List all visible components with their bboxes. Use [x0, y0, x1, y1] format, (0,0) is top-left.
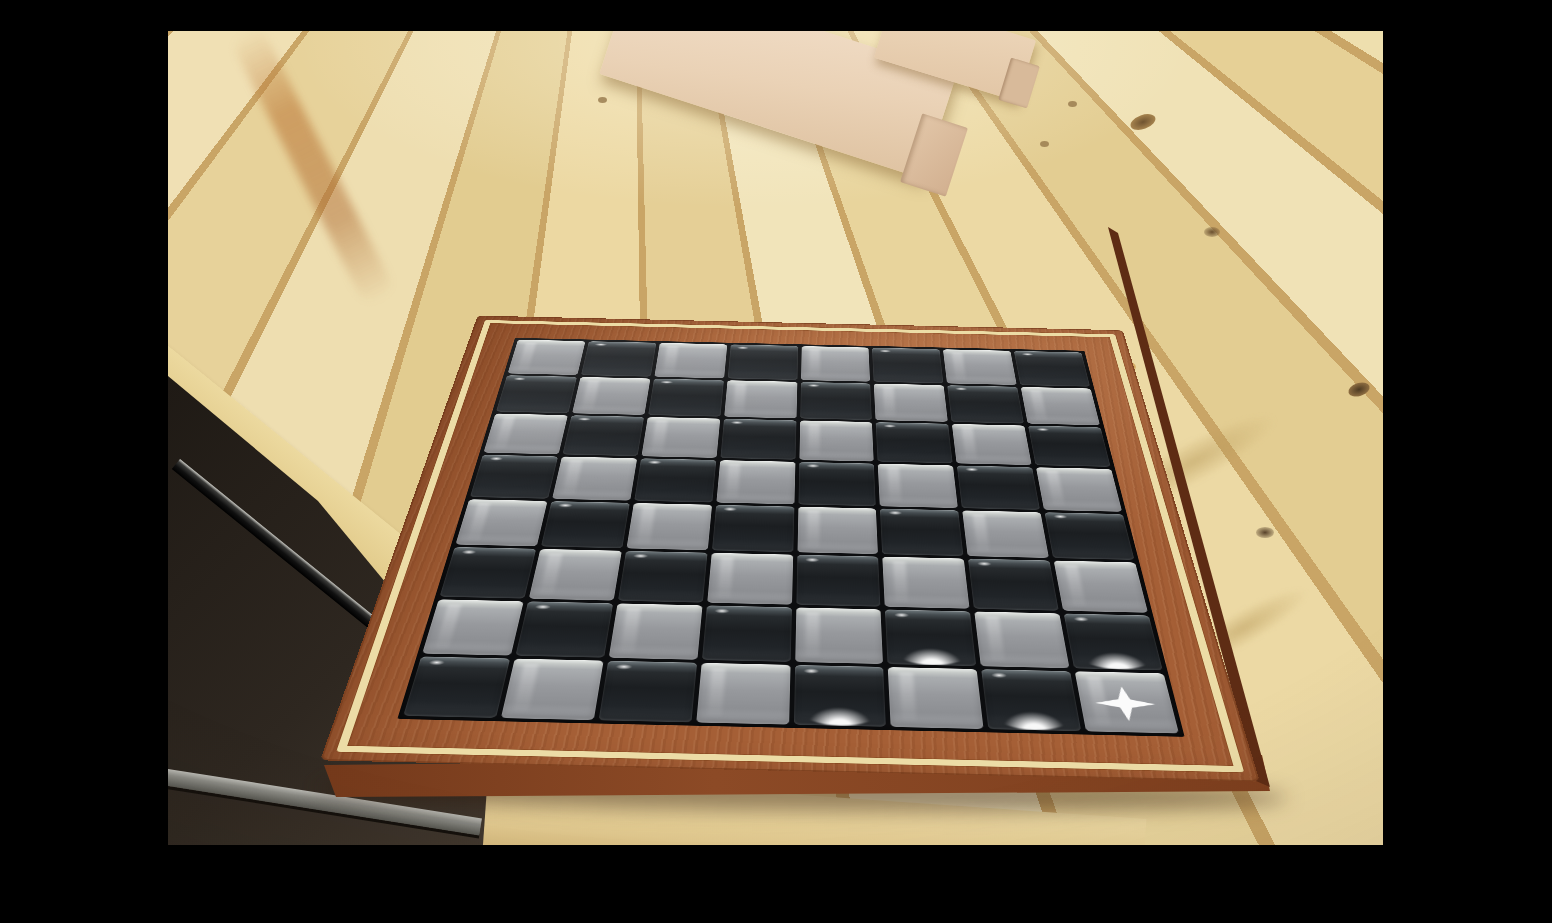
square-h1	[1075, 671, 1179, 733]
square-b8	[581, 341, 656, 376]
square-b4	[541, 501, 630, 549]
square-e2	[795, 608, 884, 664]
square-f2	[885, 610, 976, 667]
wood-knot	[1256, 527, 1274, 538]
square-e8	[801, 346, 871, 382]
square-f4	[880, 508, 963, 556]
square-f3	[883, 557, 970, 609]
square-c6	[641, 417, 720, 458]
square-d5	[716, 460, 795, 504]
square-f5	[878, 464, 958, 508]
square-a3	[439, 547, 535, 599]
square-a6	[484, 413, 568, 454]
square-f6	[876, 422, 953, 463]
square-e5	[798, 462, 876, 506]
wood-chip	[1040, 141, 1049, 147]
square-g4	[962, 510, 1049, 558]
square-e3	[796, 555, 881, 607]
square-g7	[947, 385, 1024, 423]
square-g6	[952, 424, 1032, 465]
square-d7	[724, 380, 797, 418]
square-c8	[654, 343, 727, 378]
square-h7	[1021, 387, 1100, 425]
square-d8	[727, 344, 797, 380]
square-a2	[422, 599, 523, 655]
square-g5	[957, 465, 1040, 509]
square-e7	[800, 382, 872, 420]
square-c1	[598, 661, 696, 723]
square-a8	[508, 340, 586, 375]
square-b5	[552, 456, 637, 500]
square-g3	[968, 559, 1059, 611]
square-h4	[1045, 512, 1135, 560]
square-h2	[1064, 614, 1163, 671]
wood-chip	[1068, 101, 1077, 107]
square-c5	[634, 458, 716, 502]
square-d4	[712, 505, 794, 553]
square-b6	[562, 415, 643, 456]
tile-grid	[397, 338, 1184, 737]
chessboard	[320, 316, 1260, 782]
wood-chip	[598, 97, 607, 103]
square-b3	[529, 549, 622, 601]
square-d2	[702, 606, 792, 662]
square-b2	[515, 602, 613, 658]
square-g1	[981, 669, 1081, 731]
square-d3	[707, 553, 793, 605]
square-h3	[1054, 561, 1148, 613]
square-d1	[696, 663, 790, 725]
square-f8	[872, 348, 943, 384]
square-b7	[572, 377, 650, 415]
square-c7	[648, 379, 724, 417]
square-h8	[1014, 351, 1090, 387]
square-h6	[1028, 426, 1110, 467]
square-a4	[455, 499, 547, 547]
square-a5	[470, 455, 558, 499]
square-g2	[975, 612, 1070, 669]
square-e6	[799, 420, 874, 461]
square-g8	[943, 349, 1017, 385]
square-e1	[793, 665, 886, 727]
square-e4	[797, 506, 878, 554]
square-f1	[888, 667, 984, 729]
square-a1	[403, 657, 510, 718]
square-b1	[501, 659, 604, 720]
square-f7	[874, 384, 948, 422]
letterbox-canvas	[0, 0, 1552, 923]
square-c3	[618, 551, 707, 603]
wood-knot	[1204, 227, 1220, 237]
square-c4	[626, 503, 712, 551]
square-a7	[496, 375, 577, 413]
square-h5	[1036, 467, 1122, 511]
photo-of-chessboard	[168, 31, 1383, 845]
square-d6	[720, 419, 796, 460]
square-c2	[608, 604, 702, 660]
